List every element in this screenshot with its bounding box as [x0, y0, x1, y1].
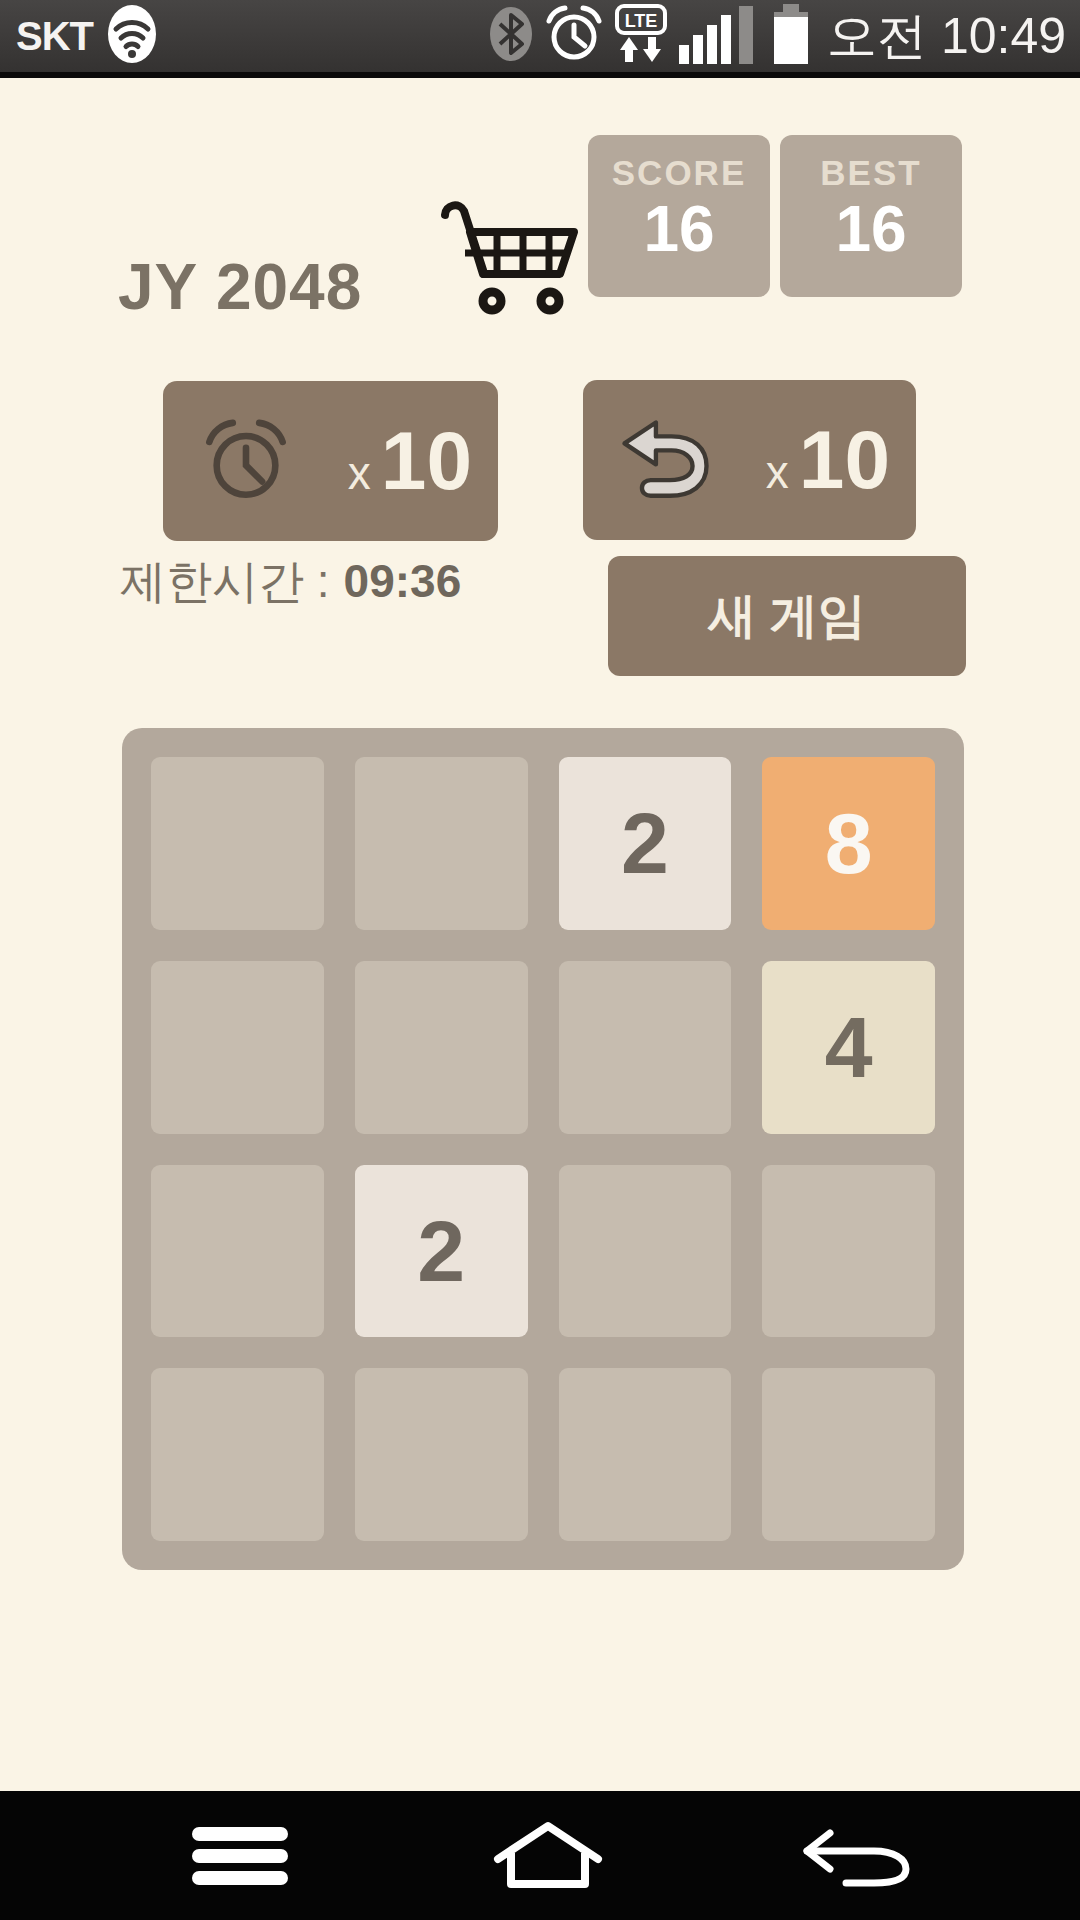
empty-cell: [151, 1165, 324, 1338]
alarm-icon: [545, 4, 603, 68]
board-grid[interactable]: 2842: [122, 728, 964, 1570]
time-limit-value: 09:36: [344, 554, 462, 608]
time-limit-label: 제한시간 :: [120, 551, 330, 613]
empty-cell: [559, 961, 732, 1134]
bluetooth-icon: [489, 6, 533, 66]
status-bar-indicators: LTE 오전 10:49: [489, 3, 1072, 70]
score-label: SCORE: [588, 153, 770, 193]
menu-icon[interactable]: [192, 1827, 288, 1885]
empty-cell: [355, 961, 528, 1134]
status-bar: SKT LTE: [0, 0, 1080, 78]
shop-button[interactable]: [438, 194, 582, 316]
empty-cell: [151, 1368, 324, 1541]
time-boost-button[interactable]: x 10: [163, 381, 498, 541]
empty-cell: [762, 1165, 935, 1338]
carrier-label: SKT: [16, 14, 93, 59]
back-icon[interactable]: [800, 1829, 912, 1890]
undo-boost-button[interactable]: x 10: [583, 380, 916, 540]
shopping-cart-icon: [438, 304, 582, 319]
clock-time: 오전 10:49: [827, 3, 1066, 70]
score-box: SCORE 16: [588, 135, 770, 297]
empty-cell: [355, 757, 528, 930]
undo-arrow-icon: [621, 418, 717, 502]
time-limit: 제한시간 : 09:36: [120, 551, 461, 613]
empty-cell: [151, 757, 324, 930]
nav-bar: [0, 1791, 1080, 1920]
tile-8: 8: [762, 757, 935, 930]
empty-cell: [559, 1368, 732, 1541]
best-box: BEST 16: [780, 135, 962, 297]
new-game-button[interactable]: 새 게임: [608, 556, 966, 676]
lte-data-icon: LTE: [615, 4, 667, 68]
battery-icon: [773, 3, 809, 69]
empty-cell: [355, 1368, 528, 1541]
alarm-clock-icon: [201, 417, 291, 505]
score-value: 16: [588, 197, 770, 261]
empty-cell: [151, 961, 324, 1134]
empty-cell: [762, 1368, 935, 1541]
empty-cell: [559, 1165, 732, 1338]
best-label: BEST: [780, 153, 962, 193]
tile-2: 2: [559, 757, 732, 930]
undo-boost-count: x 10: [766, 419, 890, 501]
svg-text:LTE: LTE: [625, 11, 658, 31]
home-icon[interactable]: [488, 1821, 608, 1892]
page-title: JY 2048: [118, 250, 362, 324]
best-value: 16: [780, 197, 962, 261]
signal-strength-icon: [679, 4, 761, 68]
time-boost-count: x 10: [348, 420, 472, 502]
wifi-icon: [107, 4, 157, 68]
tile-2: 2: [355, 1165, 528, 1338]
tile-4: 4: [762, 961, 935, 1134]
